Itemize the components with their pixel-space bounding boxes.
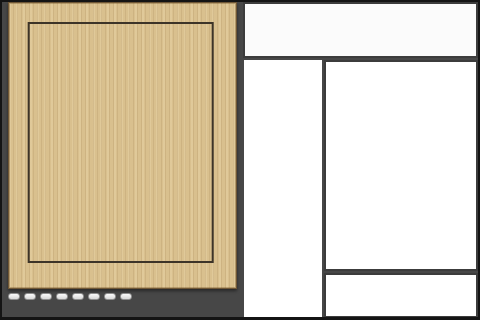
step-back-button[interactable]: [104, 293, 116, 300]
catalog-button[interactable]: [8, 293, 20, 300]
commentary-panel: [324, 60, 478, 271]
restart-button[interactable]: [72, 293, 84, 300]
current-move-box: [324, 273, 478, 318]
step-forward-button[interactable]: [120, 293, 132, 300]
xiangqi-board[interactable]: [8, 2, 237, 289]
next-game-button[interactable]: [56, 293, 68, 300]
research-button[interactable]: [24, 293, 36, 300]
auto-play-button[interactable]: [88, 293, 100, 300]
move-list[interactable]: [244, 60, 322, 318]
prev-game-button[interactable]: [40, 293, 52, 300]
toolbar: [8, 293, 132, 300]
game-info-panel: [243, 2, 478, 58]
board-intersections[interactable]: [21, 14, 219, 271]
